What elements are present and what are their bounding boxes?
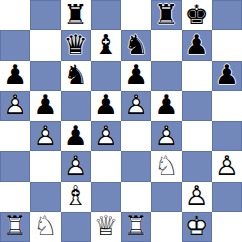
square-c1[interactable] [61,212,91,242]
square-g7[interactable]: ♟ [182,30,212,60]
square-d7[interactable]: ♝ [91,30,121,60]
white-piece-outline: ♙ [30,121,60,151]
piece-black-pawn[interactable]: ♟ [151,91,181,121]
white-piece-outline: ♙ [182,182,212,212]
white-piece-outline: ♖ [0,212,30,242]
white-piece-outline: ♙ [91,121,121,151]
square-f1[interactable] [151,212,181,242]
white-piece-outline: ♙ [151,121,181,151]
piece-black-king[interactable]: ♚ [182,0,212,30]
square-a7[interactable] [0,30,30,60]
piece-white-knight[interactable]: ♞♘ [151,151,181,181]
square-b5[interactable]: ♟ [30,91,60,121]
piece-white-pawn[interactable]: ♟♙ [91,121,121,151]
piece-white-pawn[interactable]: ♟♙ [0,91,30,121]
square-c3[interactable]: ♟♙ [61,151,91,181]
square-f4[interactable]: ♟♙ [151,121,181,151]
square-g2[interactable]: ♟♙ [182,182,212,212]
square-h4[interactable] [212,121,242,151]
black-piece-body: ♟ [121,61,151,91]
square-e6[interactable]: ♟ [121,61,151,91]
white-piece-outline: ♙ [212,151,242,181]
square-a6[interactable]: ♟ [0,61,30,91]
white-piece-outline: ♖ [121,212,151,242]
square-b1[interactable]: ♞♘ [30,212,60,242]
square-a5[interactable]: ♟♙ [0,91,30,121]
square-h3[interactable]: ♟♙ [212,151,242,181]
black-piece-body: ♟ [0,61,30,91]
square-e5[interactable]: ♟♙ [121,91,151,121]
square-g1[interactable]: ♚♔ [182,212,212,242]
square-b3[interactable] [30,151,60,181]
black-piece-body: ♝ [91,30,121,60]
piece-black-rook[interactable]: ♜ [151,0,181,30]
square-e3[interactable] [121,151,151,181]
square-c4[interactable]: ♟ [61,121,91,151]
square-e7[interactable]: ♞ [121,30,151,60]
piece-white-bishop[interactable]: ♝♗ [61,182,91,212]
white-piece-outline: ♘ [30,212,60,242]
square-f6[interactable] [151,61,181,91]
square-h5[interactable] [212,91,242,121]
square-g8[interactable]: ♚ [182,0,212,30]
piece-black-pawn[interactable]: ♟ [121,61,151,91]
square-a8[interactable] [0,0,30,30]
white-piece-outline: ♗ [61,182,91,212]
square-c2[interactable]: ♝♗ [61,182,91,212]
piece-black-rook[interactable]: ♜ [61,0,91,30]
piece-black-pawn[interactable]: ♟ [91,91,121,121]
square-b6[interactable] [30,61,60,91]
piece-black-pawn[interactable]: ♟ [182,30,212,60]
square-h2[interactable] [212,182,242,212]
black-piece-body: ♟ [91,91,121,121]
square-e4[interactable] [121,121,151,151]
piece-white-pawn[interactable]: ♟♙ [212,151,242,181]
black-piece-body: ♜ [61,0,91,30]
square-e8[interactable] [121,0,151,30]
square-a4[interactable] [0,121,30,151]
piece-black-queen[interactable]: ♛ [61,30,91,60]
square-g6[interactable] [182,61,212,91]
piece-white-pawn[interactable]: ♟♙ [30,121,60,151]
piece-black-pawn[interactable]: ♟ [30,91,60,121]
square-h7[interactable] [212,30,242,60]
square-g4[interactable] [182,121,212,151]
black-piece-body: ♟ [151,91,181,121]
piece-white-pawn[interactable]: ♟♙ [151,121,181,151]
piece-black-bishop[interactable]: ♝ [91,30,121,60]
square-e2[interactable] [121,182,151,212]
square-f8[interactable]: ♜ [151,0,181,30]
square-b7[interactable] [30,30,60,60]
square-g3[interactable] [182,151,212,181]
square-d2[interactable] [91,182,121,212]
square-f7[interactable] [151,30,181,60]
white-piece-outline: ♙ [121,91,151,121]
square-d5[interactable]: ♟ [91,91,121,121]
square-d8[interactable] [91,0,121,30]
black-piece-body: ♜ [151,0,181,30]
black-piece-body: ♟ [182,30,212,60]
square-h6[interactable]: ♟ [212,61,242,91]
square-e1[interactable]: ♜♖ [121,212,151,242]
piece-white-rook[interactable]: ♜♖ [121,212,151,242]
square-c8[interactable]: ♜ [61,0,91,30]
chess-board: ♜♜♚♛♝♞♟♟♞♟♟♟♙♟♟♟♙♟♟♙♟♟♙♟♙♟♙♞♘♟♙♝♗♟♙♜♖♞♘♛… [0,0,242,242]
square-f5[interactable]: ♟ [151,91,181,121]
square-d6[interactable] [91,61,121,91]
white-piece-outline: ♕ [91,212,121,242]
piece-white-pawn[interactable]: ♟♙ [182,182,212,212]
square-f2[interactable] [151,182,181,212]
white-piece-outline: ♘ [151,151,181,181]
black-piece-body: ♟ [30,91,60,121]
square-b8[interactable] [30,0,60,30]
piece-black-pawn[interactable]: ♟ [212,61,242,91]
black-piece-body: ♞ [121,30,151,60]
black-piece-body: ♛ [61,30,91,60]
square-h1[interactable] [212,212,242,242]
black-piece-body: ♟ [61,121,91,151]
square-d3[interactable] [91,151,121,181]
piece-black-knight[interactable]: ♞ [121,30,151,60]
square-c6[interactable]: ♞ [61,61,91,91]
square-b4[interactable]: ♟♙ [30,121,60,151]
black-piece-body: ♟ [212,61,242,91]
square-c5[interactable] [61,91,91,121]
square-f3[interactable]: ♞♘ [151,151,181,181]
square-a3[interactable] [0,151,30,181]
square-c7[interactable]: ♛ [61,30,91,60]
piece-black-pawn[interactable]: ♟ [61,121,91,151]
piece-black-pawn[interactable]: ♟ [0,61,30,91]
square-d1[interactable]: ♛♕ [91,212,121,242]
piece-white-pawn[interactable]: ♟♙ [61,151,91,181]
white-piece-outline: ♙ [61,151,91,181]
piece-white-knight[interactable]: ♞♘ [30,212,60,242]
white-piece-outline: ♔ [182,212,212,242]
piece-white-pawn[interactable]: ♟♙ [121,91,151,121]
square-b2[interactable] [30,182,60,212]
piece-black-knight[interactable]: ♞ [61,61,91,91]
black-piece-body: ♚ [182,0,212,30]
piece-white-rook[interactable]: ♜♖ [0,212,30,242]
square-g5[interactable] [182,91,212,121]
square-d4[interactable]: ♟♙ [91,121,121,151]
black-piece-body: ♞ [61,61,91,91]
white-piece-outline: ♙ [0,91,30,121]
piece-white-king[interactable]: ♚♔ [182,212,212,242]
square-a1[interactable]: ♜♖ [0,212,30,242]
square-a2[interactable] [0,182,30,212]
square-h8[interactable] [212,0,242,30]
piece-white-queen[interactable]: ♛♕ [91,212,121,242]
